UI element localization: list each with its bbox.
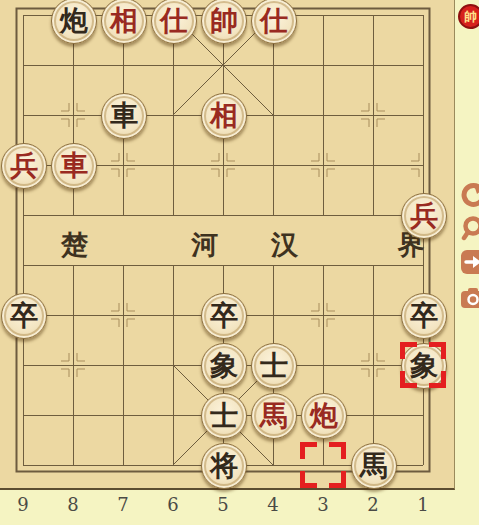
turn-badge-glyph: 帥 [464,8,477,26]
piece-glyph: 炮 [60,7,88,35]
piece-glyph: 兵 [10,152,38,180]
piece-black-cannon[interactable]: 炮 [51,0,97,44]
piece-glyph: 仕 [260,7,288,35]
piece-red-elephant[interactable]: 相 [201,93,247,139]
piece-black-chariot[interactable]: 車 [101,93,147,139]
piece-red-advisor[interactable]: 仕 [151,0,197,44]
file-label-1: 1 [398,494,448,515]
piece-black-soldier[interactable]: 卒 [401,293,447,339]
last-move-origin-empty-point [300,442,346,488]
piece-red-soldier[interactable]: 兵 [1,143,47,189]
piece-red-horse[interactable]: 馬 [251,393,297,439]
piece-glyph: 相 [210,102,238,130]
turn-indicator-badge: 帥 [458,4,479,29]
file-label-6: 6 [148,494,198,515]
undo-icon[interactable] [460,182,479,208]
file-label-5: 5 [198,494,248,515]
file-label-8: 8 [48,494,98,515]
last-move-destination-on-piece [400,342,446,388]
file-label-2: 2 [348,494,398,515]
piece-black-horse[interactable]: 馬 [351,443,397,489]
piece-black-soldier[interactable]: 卒 [1,293,47,339]
piece-red-advisor[interactable]: 仕 [251,0,297,44]
piece-glyph: 将 [210,452,238,480]
piece-glyph: 帥 [210,7,238,35]
file-label-3: 3 [298,494,348,515]
piece-glyph: 馬 [360,452,388,480]
piece-glyph: 卒 [210,302,238,330]
piece-red-elephant[interactable]: 相 [101,0,147,44]
piece-glyph: 馬 [260,402,288,430]
piece-glyph: 卒 [410,302,438,330]
piece-glyph: 卒 [10,302,38,330]
piece-glyph: 車 [110,102,138,130]
file-label-9: 9 [0,494,48,515]
file-label-bar: 987654321 [0,492,455,525]
piece-black-king[interactable]: 将 [201,443,247,489]
piece-glyph: 仕 [160,7,188,35]
river-text-left: 楚 河 [61,227,265,263]
file-label-7: 7 [98,494,148,515]
piece-red-soldier[interactable]: 兵 [401,193,447,239]
piece-glyph: 相 [110,7,138,35]
piece-red-king[interactable]: 帥 [201,0,247,44]
piece-glyph: 兵 [410,202,438,230]
piece-black-soldier[interactable]: 卒 [201,293,247,339]
xiangqi-board[interactable]: 楚 河 汉 界 炮相仕帥仕車相兵車兵卒卒卒象士象士馬炮将馬 [0,0,455,490]
piece-black-elephant[interactable]: 象 [201,343,247,389]
piece-black-advisor[interactable]: 士 [251,343,297,389]
piece-glyph: 士 [260,352,288,380]
piece-red-cannon[interactable]: 炮 [301,393,347,439]
file-label-4: 4 [248,494,298,515]
piece-glyph: 炮 [310,402,338,430]
piece-glyph: 車 [60,152,88,180]
xiangqi-app: 楚 河 汉 界 炮相仕帥仕車相兵車兵卒卒卒象士象士馬炮将馬 帥 98765432… [0,0,479,525]
piece-glyph: 士 [210,402,238,430]
camera-icon[interactable] [460,285,479,311]
piece-black-advisor[interactable]: 士 [201,393,247,439]
piece-glyph: 象 [210,352,238,380]
piece-red-chariot[interactable]: 車 [51,143,97,189]
